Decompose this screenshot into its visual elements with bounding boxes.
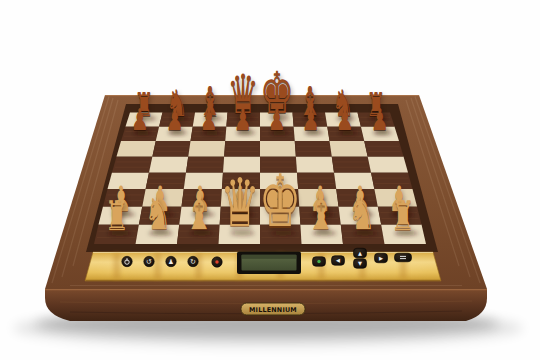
- piece-shadow: [112, 212, 136, 217]
- piece-shadow: [170, 116, 190, 120]
- square-h4: [371, 173, 413, 190]
- left-button[interactable]: ◀: [332, 256, 345, 266]
- piece-shadow: [167, 131, 188, 135]
- square-e5: [260, 157, 297, 173]
- square-g6: [330, 141, 368, 157]
- square-f6: [295, 141, 332, 157]
- square-g4: [334, 173, 374, 190]
- square-c6: [188, 141, 225, 157]
- piece-shadow: [270, 131, 291, 135]
- square-g5: [332, 157, 371, 173]
- panel-reflection-streak: [113, 253, 120, 279]
- square-g3: [336, 189, 378, 207]
- square-d3: [221, 189, 260, 207]
- piece-shadow: [353, 231, 378, 236]
- piece-shadow: [271, 212, 295, 217]
- undo-arrow-icon: ↺: [146, 258, 152, 266]
- square-a6: [117, 141, 156, 157]
- piece-shadow: [390, 212, 414, 217]
- square-b4: [146, 173, 186, 190]
- square-e3: [260, 189, 299, 207]
- piece-shadow: [137, 116, 157, 120]
- piece-shadow: [336, 116, 356, 120]
- left-arrow-icon: ◀: [336, 257, 340, 263]
- piece-shadow: [107, 231, 132, 236]
- green-button[interactable]: [313, 257, 326, 267]
- brand-logo-text: MILLENNIUM: [249, 306, 297, 314]
- square-e4: [260, 173, 298, 190]
- piece-shadow: [338, 131, 359, 135]
- square-b3: [142, 189, 184, 207]
- product-photo-stage: MILLENNIUM: [0, 0, 540, 360]
- panel-reflection-streak: [154, 253, 161, 279]
- red-button[interactable]: [212, 257, 222, 267]
- square-c5: [186, 157, 224, 173]
- down-button[interactable]: ▼: [354, 259, 367, 269]
- square-h5: [368, 157, 408, 173]
- down-arrow-icon: ▼: [358, 260, 362, 266]
- square-d5: [223, 157, 260, 173]
- square-b6: [152, 141, 190, 157]
- lcd-display: [237, 252, 301, 275]
- piece-shadow: [351, 212, 375, 217]
- square-a5: [112, 157, 152, 173]
- menu-button[interactable]: [395, 253, 412, 262]
- square-f5: [296, 157, 334, 173]
- piece-shadow: [303, 116, 323, 120]
- square-c3: [182, 189, 222, 207]
- piece-shadow: [148, 231, 173, 236]
- piece-shadow: [311, 212, 335, 217]
- piece-shadow: [394, 231, 419, 236]
- chessboard-svg: MILLENNIUM: [0, 0, 540, 360]
- new-game-button[interactable]: ↻: [188, 256, 198, 266]
- redo-arrow-icon: ↻: [190, 258, 196, 266]
- square-a4: [108, 173, 150, 190]
- square-d6: [224, 141, 260, 157]
- square-e6: [260, 141, 296, 157]
- pawn-icon: ♟: [168, 258, 174, 266]
- square-h3: [374, 189, 417, 207]
- piece-shadow: [230, 231, 255, 236]
- right-button[interactable]: ▶: [375, 253, 388, 263]
- piece-shadow: [372, 131, 393, 135]
- up-button[interactable]: ▲: [354, 248, 367, 258]
- piece-shadow: [237, 116, 257, 120]
- piece-shadow: [231, 212, 255, 217]
- square-f3: [298, 189, 338, 207]
- red-dot-icon: [215, 260, 218, 263]
- square-d4: [222, 173, 260, 190]
- square-a3: [103, 189, 146, 207]
- takeback-button[interactable]: ↺: [144, 256, 154, 266]
- brand-plate: MILLENNIUM: [241, 303, 305, 315]
- piece-shadow: [133, 131, 154, 135]
- piece-shadow: [204, 116, 224, 120]
- piece-shadow: [304, 131, 325, 135]
- piece-shadow: [201, 131, 222, 135]
- piece-shadow: [270, 116, 290, 120]
- green-dot-icon: [317, 260, 320, 263]
- piece-shadow: [312, 231, 337, 236]
- square-f4: [297, 173, 336, 190]
- square-c4: [184, 173, 223, 190]
- up-arrow-icon: ▲: [358, 250, 362, 256]
- piece-shadow: [271, 231, 296, 236]
- square-b5: [149, 157, 188, 173]
- square-h6: [364, 141, 403, 157]
- control-panel: ↺♟↻◀▲▼▶: [85, 248, 441, 281]
- right-arrow-icon: ▶: [379, 255, 383, 261]
- piece-shadow: [236, 131, 257, 135]
- piece-shadow: [189, 231, 214, 236]
- menu-icon: [400, 258, 406, 259]
- piece-shadow: [191, 212, 215, 217]
- piece-shadow: [152, 212, 176, 217]
- piece-shadow: [369, 116, 389, 120]
- hint-button[interactable]: ♟: [166, 256, 176, 266]
- power-button[interactable]: [122, 256, 132, 266]
